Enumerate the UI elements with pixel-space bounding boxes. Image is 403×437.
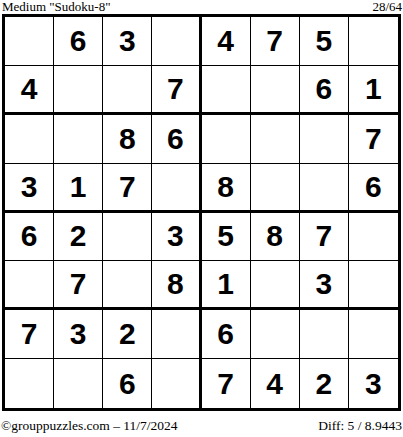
cell-r6c8[interactable]: [349, 261, 398, 310]
cell-r3c3: 8: [103, 115, 152, 164]
cell-r2c5[interactable]: [202, 66, 251, 115]
cell-r4c2: 1: [54, 164, 103, 213]
cell-r6c3[interactable]: [103, 261, 152, 310]
cell-r5c1: 6: [5, 213, 54, 262]
cell-r7c4[interactable]: [152, 310, 201, 359]
cell-r4c7[interactable]: [300, 164, 349, 213]
cell-r6c7: 3: [300, 261, 349, 310]
puzzle-footer: ©grouppuzzles.com – 11/7/2024 Diff: 5 / …: [0, 411, 403, 434]
cell-r6c4: 8: [152, 261, 201, 310]
cell-r4c3: 7: [103, 164, 152, 213]
cell-r5c3[interactable]: [103, 213, 152, 262]
cell-r6c5: 1: [202, 261, 251, 310]
cell-r3c6[interactable]: [251, 115, 300, 164]
cell-r8c5: 7: [202, 359, 251, 408]
cell-r1c6: 7: [251, 17, 300, 66]
cell-r4c1: 3: [5, 164, 54, 213]
cell-r1c2: 6: [54, 17, 103, 66]
cell-r1c5: 4: [202, 17, 251, 66]
cell-r7c3: 2: [103, 310, 152, 359]
cell-r3c1[interactable]: [5, 115, 54, 164]
cell-r7c6[interactable]: [251, 310, 300, 359]
cell-r1c8[interactable]: [349, 17, 398, 66]
cell-r3c5[interactable]: [202, 115, 251, 164]
blank-count: 28/64: [372, 0, 402, 13]
cell-r8c1[interactable]: [5, 359, 54, 408]
cell-r5c7: 7: [300, 213, 349, 262]
cell-r5c6: 8: [251, 213, 300, 262]
cell-r5c8[interactable]: [349, 213, 398, 262]
cell-r3c7[interactable]: [300, 115, 349, 164]
cell-r4c8: 6: [349, 164, 398, 213]
cell-r2c4: 7: [152, 66, 201, 115]
cell-r8c7: 2: [300, 359, 349, 408]
sudoku-grid: 634754761867317866235877813732667423: [2, 14, 401, 411]
cell-r7c2: 3: [54, 310, 103, 359]
cell-r1c7: 5: [300, 17, 349, 66]
cell-r8c6: 4: [251, 359, 300, 408]
cell-r3c4: 6: [152, 115, 201, 164]
cell-r8c3: 6: [103, 359, 152, 408]
cell-r8c4[interactable]: [152, 359, 201, 408]
cell-r5c2: 2: [54, 213, 103, 262]
cell-r2c2[interactable]: [54, 66, 103, 115]
copyright-date: ©grouppuzzles.com – 11/7/2024: [1, 418, 178, 434]
cell-r4c6[interactable]: [251, 164, 300, 213]
sudoku-puzzle-page: Medium "Sudoku-8" 28/64 6347547618673178…: [0, 0, 403, 437]
cell-r3c2[interactable]: [54, 115, 103, 164]
puzzle-header: Medium "Sudoku-8" 28/64: [0, 0, 403, 14]
cell-r8c8: 3: [349, 359, 398, 408]
cell-r1c3: 3: [103, 17, 152, 66]
cell-r2c3[interactable]: [103, 66, 152, 115]
cell-r6c2: 7: [54, 261, 103, 310]
difficulty-label: Diff: 5 / 8.9443: [318, 418, 402, 434]
cell-r1c4[interactable]: [152, 17, 201, 66]
cell-r4c5: 8: [202, 164, 251, 213]
cell-r6c1[interactable]: [5, 261, 54, 310]
cell-r5c4: 3: [152, 213, 201, 262]
cell-r7c8[interactable]: [349, 310, 398, 359]
cell-r6c6[interactable]: [251, 261, 300, 310]
cell-r1c1[interactable]: [5, 17, 54, 66]
cell-r3c8: 7: [349, 115, 398, 164]
cell-r2c1: 4: [5, 66, 54, 115]
cell-r8c2[interactable]: [54, 359, 103, 408]
cell-r7c5: 6: [202, 310, 251, 359]
cell-r2c7: 6: [300, 66, 349, 115]
cell-r7c1: 7: [5, 310, 54, 359]
cell-r2c8: 1: [349, 66, 398, 115]
cell-r4c4[interactable]: [152, 164, 201, 213]
cell-r7c7[interactable]: [300, 310, 349, 359]
cell-r2c6[interactable]: [251, 66, 300, 115]
cell-r5c5: 5: [202, 213, 251, 262]
puzzle-title: Medium "Sudoku-8": [2, 0, 110, 13]
